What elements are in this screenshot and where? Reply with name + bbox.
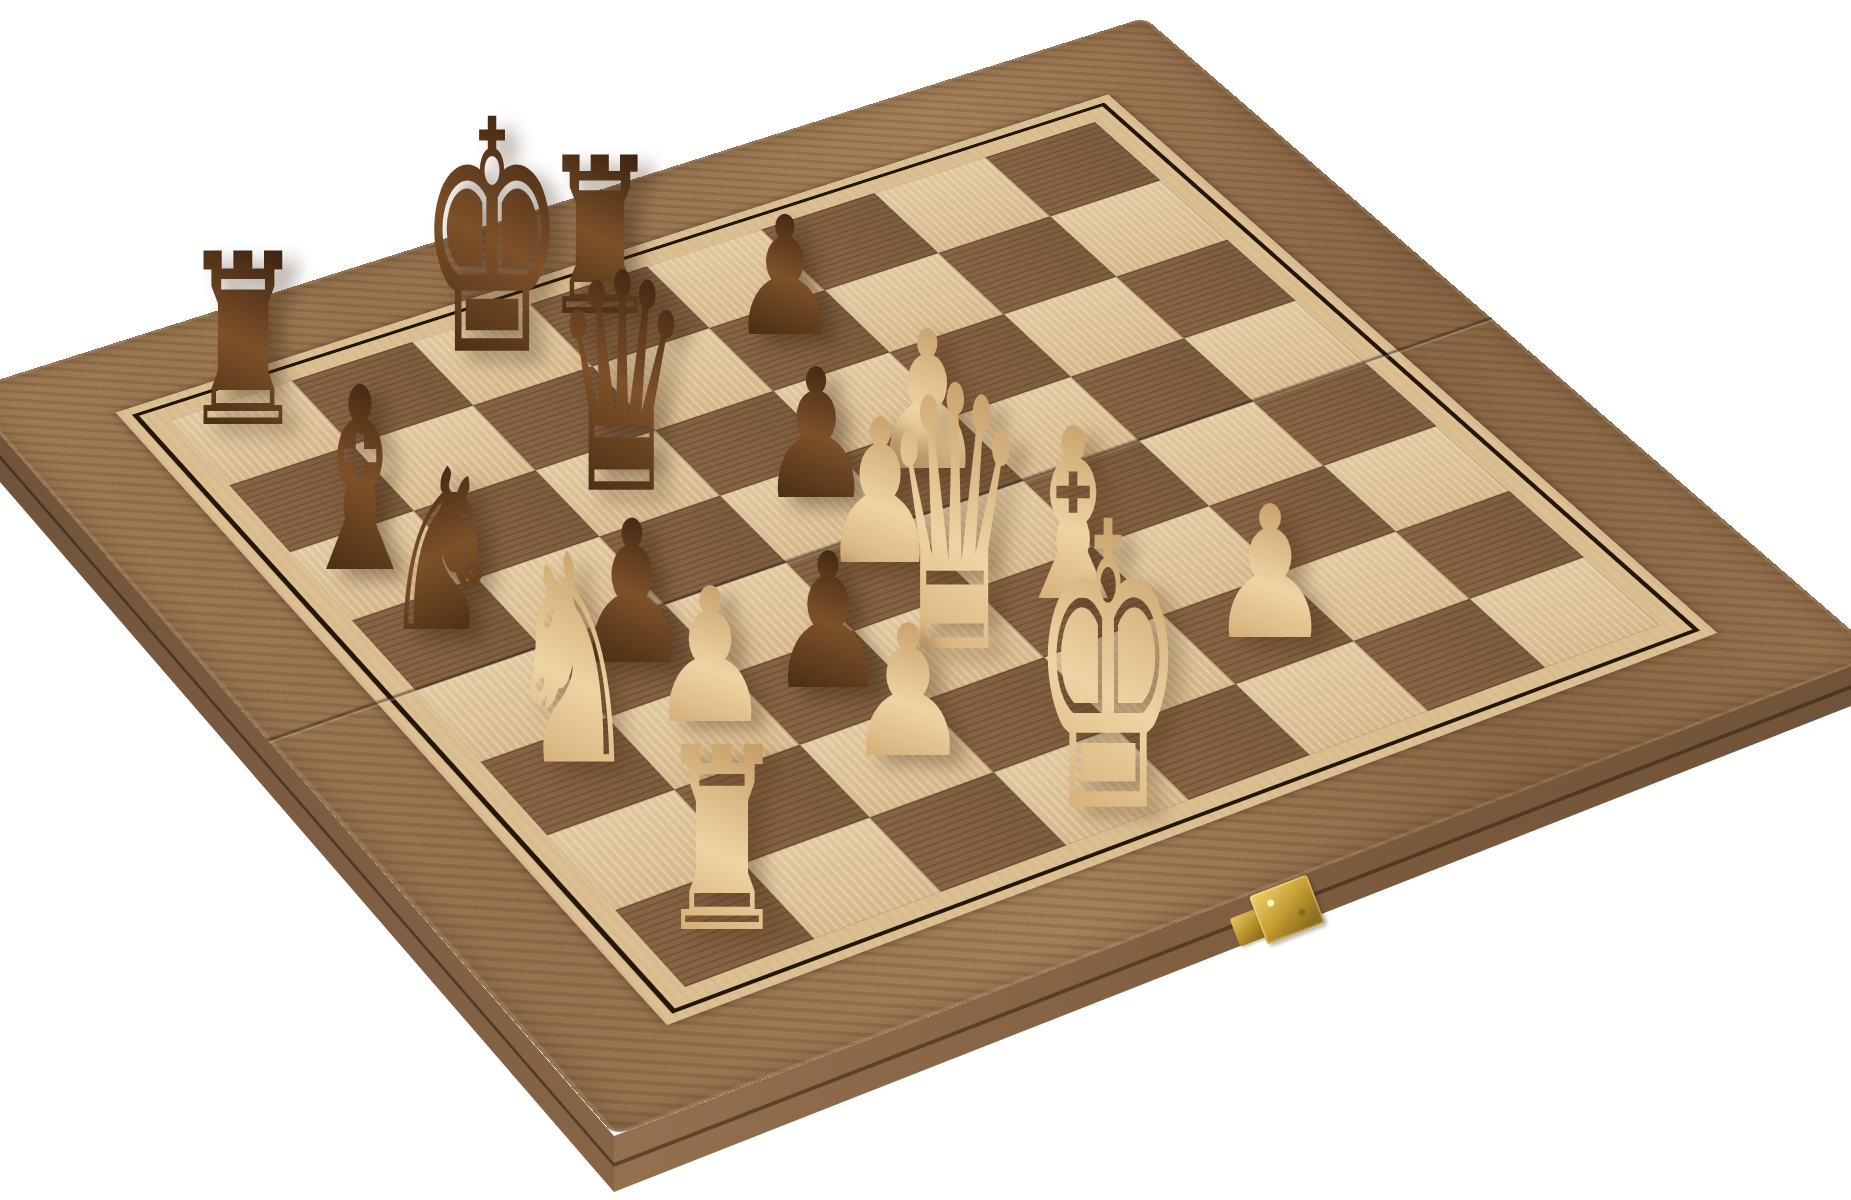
piece-black-king-c8[interactable]: ♚ <box>418 212 566 377</box>
piece-black-knight-a5[interactable]: ♞ <box>381 513 505 651</box>
piece-black-rook-a8[interactable]: ♜ <box>180 307 306 447</box>
piece-white-knight-a3[interactable]: ♞ <box>506 637 639 785</box>
piece-white-rook-a1[interactable]: ♜ <box>657 805 787 950</box>
pieces-layer: ♜♟♚♜♟♛♟♟♝♝♞♟♛♟♟♟♟♞♚♜ <box>0 0 1851 1200</box>
piece-white-pawn-f2[interactable]: ♟ <box>1208 521 1332 659</box>
chess-set-photo: Folding walnut chess set, mid-game posit… <box>0 0 1851 1200</box>
piece-white-pawn-c2[interactable]: ♟ <box>845 638 971 778</box>
piece-white-king-d1[interactable]: ♚ <box>1031 662 1185 834</box>
